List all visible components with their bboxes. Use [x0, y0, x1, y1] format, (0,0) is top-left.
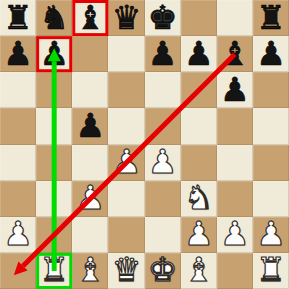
square-e3[interactable]	[145, 181, 181, 217]
square-g8[interactable]	[217, 0, 253, 36]
piece-white-knight[interactable]: ♞	[184, 181, 214, 214]
square-e7[interactable]: ♟	[145, 36, 181, 72]
square-c7[interactable]	[72, 36, 108, 72]
square-e1[interactable]: ♚	[145, 253, 181, 289]
square-c3[interactable]: ♟	[72, 181, 108, 217]
square-d4[interactable]: ♟	[108, 145, 144, 181]
square-g3[interactable]	[217, 181, 253, 217]
square-d6[interactable]	[108, 72, 144, 108]
square-g2[interactable]: ♟	[217, 217, 253, 253]
piece-white-rook[interactable]: ♜	[39, 253, 69, 286]
piece-white-queen[interactable]: ♛	[112, 253, 142, 286]
square-a4[interactable]	[0, 145, 36, 181]
square-c8[interactable]: ♝	[72, 0, 108, 36]
piece-black-rook[interactable]: ♜	[256, 1, 286, 34]
piece-white-rook[interactable]: ♜	[256, 253, 286, 286]
piece-black-pawn[interactable]: ♟	[76, 109, 106, 142]
square-g4[interactable]	[217, 145, 253, 181]
piece-black-pawn[interactable]: ♟	[256, 37, 286, 70]
square-b1[interactable]: ♜	[36, 253, 72, 289]
square-d1[interactable]: ♛	[108, 253, 144, 289]
square-d3[interactable]	[108, 181, 144, 217]
board-squares: ♜♞♝♛♚♜♟♟♟♟♝♟♟♟♟♟♟♞♟♟♟♟♜♝♛♚♝♜	[0, 0, 289, 289]
piece-black-pawn[interactable]: ♟	[220, 73, 250, 106]
piece-black-king[interactable]: ♚	[148, 1, 178, 34]
square-b4[interactable]	[36, 145, 72, 181]
square-g1[interactable]	[217, 253, 253, 289]
square-c2[interactable]	[72, 217, 108, 253]
square-f6[interactable]	[181, 72, 217, 108]
square-c6[interactable]	[72, 72, 108, 108]
square-b6[interactable]	[36, 72, 72, 108]
square-e8[interactable]: ♚	[145, 0, 181, 36]
square-f2[interactable]: ♟	[181, 217, 217, 253]
square-f4[interactable]	[181, 145, 217, 181]
piece-black-bishop[interactable]: ♝	[76, 1, 106, 34]
square-h2[interactable]: ♟	[253, 217, 289, 253]
square-h6[interactable]	[253, 72, 289, 108]
square-d8[interactable]: ♛	[108, 0, 144, 36]
square-d7[interactable]	[108, 36, 144, 72]
square-a7[interactable]: ♟	[0, 36, 36, 72]
square-h8[interactable]: ♜	[253, 0, 289, 36]
square-e5[interactable]	[145, 108, 181, 144]
piece-black-pawn[interactable]: ♟	[148, 37, 178, 70]
square-c4[interactable]	[72, 145, 108, 181]
piece-white-king[interactable]: ♚	[148, 253, 178, 286]
square-f1[interactable]: ♝	[181, 253, 217, 289]
square-a8[interactable]: ♜	[0, 0, 36, 36]
piece-white-pawn[interactable]: ♟	[3, 217, 33, 250]
chess-board: ♜♞♝♛♚♜♟♟♟♟♝♟♟♟♟♟♟♞♟♟♟♟♜♝♛♚♝♜	[0, 0, 289, 289]
square-a3[interactable]	[0, 181, 36, 217]
square-f3[interactable]: ♞	[181, 181, 217, 217]
square-a2[interactable]: ♟	[0, 217, 36, 253]
piece-black-knight[interactable]: ♞	[39, 1, 69, 34]
square-b3[interactable]	[36, 181, 72, 217]
piece-black-bishop[interactable]: ♝	[220, 37, 250, 70]
square-e4[interactable]: ♟	[145, 145, 181, 181]
piece-white-pawn[interactable]: ♟	[76, 181, 106, 214]
square-h7[interactable]: ♟	[253, 36, 289, 72]
square-h5[interactable]	[253, 108, 289, 144]
square-f5[interactable]	[181, 108, 217, 144]
square-f8[interactable]	[181, 0, 217, 36]
square-b8[interactable]: ♞	[36, 0, 72, 36]
square-g5[interactable]	[217, 108, 253, 144]
square-h1[interactable]: ♜	[253, 253, 289, 289]
square-a5[interactable]	[0, 108, 36, 144]
piece-black-pawn[interactable]: ♟	[39, 37, 69, 70]
square-d5[interactable]	[108, 108, 144, 144]
piece-black-queen[interactable]: ♛	[112, 1, 142, 34]
piece-white-pawn[interactable]: ♟	[184, 217, 214, 250]
square-e2[interactable]	[145, 217, 181, 253]
piece-white-bishop[interactable]: ♝	[184, 253, 214, 286]
piece-white-bishop[interactable]: ♝	[76, 253, 106, 286]
square-a1[interactable]	[0, 253, 36, 289]
square-b7[interactable]: ♟	[36, 36, 72, 72]
piece-black-pawn[interactable]: ♟	[184, 37, 214, 70]
piece-white-pawn[interactable]: ♟	[148, 145, 178, 178]
square-d2[interactable]	[108, 217, 144, 253]
piece-white-pawn[interactable]: ♟	[112, 145, 142, 178]
piece-black-rook[interactable]: ♜	[3, 1, 33, 34]
square-c5[interactable]: ♟	[72, 108, 108, 144]
square-h4[interactable]	[253, 145, 289, 181]
piece-white-pawn[interactable]: ♟	[256, 217, 286, 250]
square-a6[interactable]	[0, 72, 36, 108]
square-c1[interactable]: ♝	[72, 253, 108, 289]
square-f7[interactable]: ♟	[181, 36, 217, 72]
square-b2[interactable]	[36, 217, 72, 253]
square-b5[interactable]	[36, 108, 72, 144]
square-g6[interactable]: ♟	[217, 72, 253, 108]
square-e6[interactable]	[145, 72, 181, 108]
square-h3[interactable]	[253, 181, 289, 217]
piece-white-pawn[interactable]: ♟	[220, 217, 250, 250]
piece-black-pawn[interactable]: ♟	[3, 37, 33, 70]
square-g7[interactable]: ♝	[217, 36, 253, 72]
